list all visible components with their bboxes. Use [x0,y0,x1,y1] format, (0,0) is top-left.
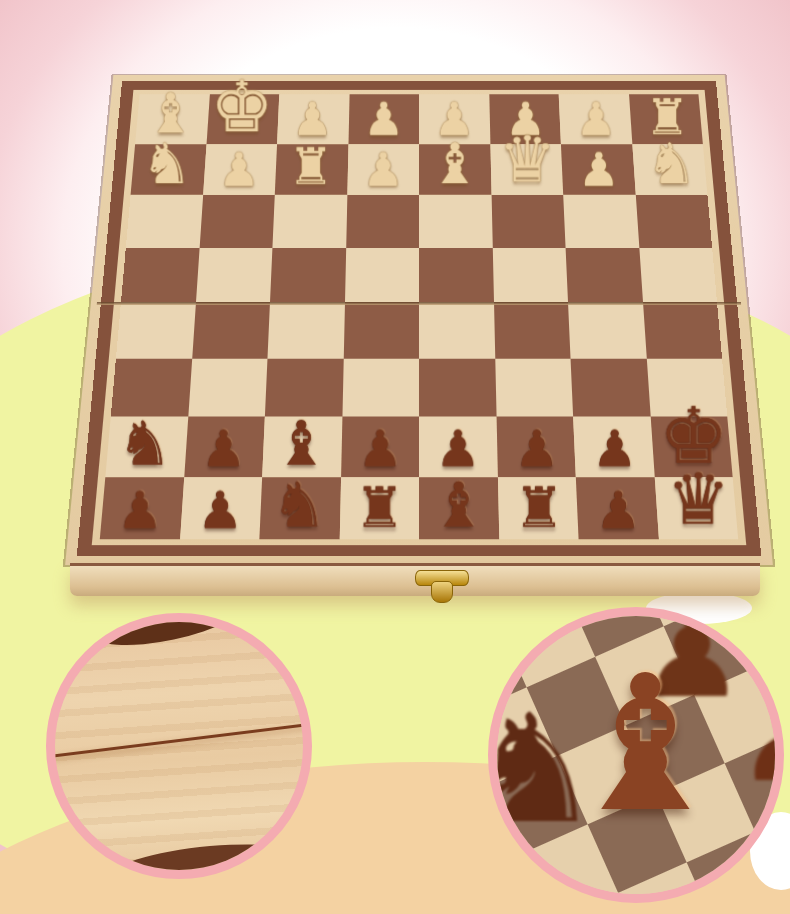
board-border-band: ♝♚♟♟♟♟♟♜♞♟♜♟♝♛♟♞♞♟♝♟♟♟♟♚♟♟♞♜♝♜♟♛ [77,81,762,556]
square [343,302,419,358]
square [342,358,419,416]
chess-piece-white-pawn: ♟ [578,146,620,192]
square: ♟ [496,417,576,477]
chess-piece-dark-rook: ♜ [514,480,564,536]
square [494,302,571,358]
square: ♜ [339,477,419,539]
square: ♟ [348,94,419,143]
board-face: ♝♚♟♟♟♟♟♜♞♟♜♟♝♛♟♞♞♟♝♟♟♟♟♚♟♟♞♜♝♜♟♛ [65,75,773,565]
square: ♟ [576,477,659,539]
chess-piece-dark-pawn: ♟ [436,423,481,473]
chess-piece-dark-queen: ♛ [666,465,729,536]
square: ♟ [347,144,419,195]
wood-grain [55,622,303,870]
chess-piece-dark-pawn: ♟ [595,484,641,535]
chess-piece-dark-pawn: ♟ [592,423,637,473]
chess-piece-dark-rook: ♜ [354,480,404,536]
square [116,302,196,358]
chess-piece-white-pawn: ♟ [576,95,617,141]
square: ♞ [259,477,340,539]
square: ♟ [561,144,635,195]
brass-clasp-loop [431,581,453,603]
square: ♟ [277,94,349,143]
square [491,195,565,248]
square [643,302,723,358]
square [419,195,492,248]
chess-piece-dark-pawn: ♟ [117,484,163,535]
square [571,358,651,416]
square: ♟ [573,417,654,477]
square [121,248,199,302]
board-grid: ♝♚♟♟♟♟♟♜♞♟♜♟♝♛♟♞♞♟♝♟♟♟♟♚♟♟♞♜♝♜♟♛ [100,94,738,539]
chess-piece-dark-pawn: ♟ [197,484,243,535]
chess-piece-dark-knight: ♞ [117,413,172,474]
square [419,358,496,416]
square: ♟ [341,417,419,477]
chess-board-3d: ♝♚♟♟♟♟♟♜♞♟♜♟♝♛♟♞♞♟♝♟♟♟♟♚♟♟♞♜♝♜♟♛ [65,75,773,565]
square: ♝ [419,144,491,195]
chess-piece-white-rook: ♜ [288,142,333,192]
square [635,195,712,248]
square [419,302,495,358]
chess-piece-white-bishop: ♝ [430,136,480,192]
chess-piece-dark-knight: ♞ [272,474,328,536]
chess-piece-white-knight: ♞ [142,136,192,192]
chess-piece-white-pawn: ♟ [292,95,333,141]
square: ♚ [206,94,279,143]
square [492,248,568,302]
chess-piece-white-pawn: ♟ [362,146,404,192]
square [346,195,419,248]
square [419,248,494,302]
square: ♞ [632,144,708,195]
square: ♜ [275,144,348,195]
square [495,358,573,416]
square: ♟ [184,417,265,477]
chess-piece-white-pawn: ♟ [218,146,260,192]
inset-dark-pieces-closeup: ♞ ♟ ♟ ♝ [488,607,784,903]
square: ♛ [490,144,563,195]
product-photo: ♝♚♟♟♟♟♟♜♞♟♜♟♝♛♟♞♞♟♝♟♟♟♟♚♟♟♞♜♝♜♟♛ ♞ ♟ ♟ ♝ [0,0,790,914]
square [345,248,420,302]
square: ♟ [203,144,277,195]
chess-piece-white-pawn: ♟ [363,95,404,141]
chess-piece-white-queen: ♛ [498,128,555,192]
square [566,248,643,302]
chess-piece-dark-bishop: ♝ [431,474,487,536]
square: ♟ [100,477,184,539]
square [270,248,346,302]
square [272,195,346,248]
square [563,195,639,248]
square: ♝ [419,477,499,539]
square [267,302,344,358]
box-front-face [70,563,760,596]
chess-piece-white-king: ♚ [210,71,273,141]
square [196,248,273,302]
closeup-bishop-icon: ♝ [561,650,730,838]
square: ♛ [654,477,738,539]
chess-piece-dark-pawn: ♟ [201,423,246,473]
square [188,358,268,416]
chess-piece-dark-bishop: ♝ [274,413,329,474]
square [199,195,275,248]
square [568,302,646,358]
chess-piece-dark-pawn: ♟ [357,423,402,473]
brass-clasp [415,570,469,586]
square: ♟ [559,94,632,143]
chess-piece-white-knight: ♞ [646,136,696,192]
square: ♟ [180,477,263,539]
square [192,302,270,358]
inset-wood-grain-closeup [46,613,312,879]
square: ♜ [497,477,578,539]
square [126,195,203,248]
square: ♞ [131,144,207,195]
square [639,248,717,302]
chess-piece-dark-pawn: ♟ [514,423,559,473]
square: ♞ [105,417,187,477]
